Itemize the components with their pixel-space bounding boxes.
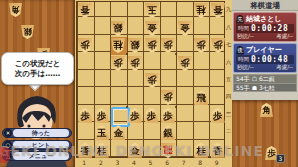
board-grid[interactable]: 香玉桂香銀金金歩桂銀歩歩歩歩歩歩歩歩歩飛歩歩歩歩歩歩玉金銀香桂金龍桂香 [76, 1, 225, 158]
file-label: 9 [214, 159, 220, 166]
file-label: 6 [164, 159, 170, 166]
move-history: 54手☖6二銀55手☗3七桂 [233, 74, 297, 92]
action-button-hint[interactable]: ○ヒント [2, 140, 72, 150]
sente-piece-icon: 先 [236, 15, 244, 24]
speech-line-1: この状況だと [15, 59, 61, 69]
board-piece[interactable]: 桂 [194, 143, 208, 158]
rank-label: 六 [225, 59, 232, 66]
hoshi-dot [126, 106, 128, 108]
move-side-icon: ☗ [252, 84, 257, 92]
rank-label: 四 [225, 93, 232, 100]
file-label: 7 [181, 159, 187, 166]
hoshi-dot [126, 53, 128, 55]
board-piece[interactable]: 香 [211, 143, 225, 158]
hoshi-dot [175, 53, 177, 55]
board-piece[interactable]: 金 [178, 21, 192, 36]
board-piece[interactable]: 歩 [145, 38, 159, 53]
speech-bubble: この状況だと 次の手は…… [1, 52, 74, 85]
file-label: 1 [81, 159, 87, 166]
board-piece[interactable]: 金 [145, 21, 159, 36]
move-number: 54手 [236, 75, 250, 83]
opponent-byoyomi: 秒読/-- [237, 33, 254, 40]
file-label: 5 [148, 159, 154, 166]
board-piece[interactable]: 金 [111, 125, 125, 140]
move-history-row[interactable]: 54手☖6二銀 [234, 75, 296, 84]
file-label: 4 [131, 159, 137, 166]
player-byoyomi: 秒読/-- [237, 64, 254, 71]
board-piece[interactable]: 歩 [111, 56, 125, 71]
board-piece[interactable]: 龍 [161, 143, 175, 158]
hand-piece[interactable]: 角 [260, 103, 273, 117]
move-text: 3七桂 [259, 84, 275, 92]
board-piece[interactable]: 歩 [145, 108, 159, 123]
gamepad-button-icon: ○ [4, 141, 12, 149]
board-piece[interactable]: 桂 [194, 3, 208, 18]
board-piece[interactable]: 歩 [78, 108, 92, 123]
move-side-icon: ☖ [252, 75, 257, 83]
board-piece[interactable]: 歩 [145, 73, 159, 88]
board-piece[interactable]: 歩 [161, 90, 175, 105]
hand-piece[interactable]: 角 [9, 3, 22, 17]
opponent-consideration: 考慮/-- [276, 33, 293, 40]
rank-label: 七 [225, 41, 232, 48]
board-piece[interactable]: 歩 [95, 108, 109, 123]
move-history-row[interactable]: 55手☗3七桂 [234, 84, 296, 92]
board-piece[interactable]: 香 [78, 3, 92, 18]
speech-line-2: 次の手は…… [15, 69, 60, 79]
gamepad-button-icon: △ [4, 152, 12, 160]
action-button-label: 待った [13, 129, 69, 137]
board-piece[interactable]: 銀 [128, 38, 142, 53]
rank-label: 三 [225, 111, 232, 118]
opponent-card: 先 結城さとし 時間 0:00:28 秒読/-- 考慮/-- [233, 12, 297, 42]
hoshi-dot [175, 106, 177, 108]
player-card: 後 プレイヤー 時間 0:00:48 秒読/-- 考慮/-- [233, 43, 297, 73]
action-buttons: ✕待った○ヒント△メニュー [2, 128, 72, 163]
board-piece[interactable]: 歩 [78, 38, 92, 53]
player-consideration: 考慮/-- [276, 64, 293, 71]
hand-piece[interactable]: 銀 [21, 25, 34, 39]
board-piece[interactable]: 桂 [95, 143, 109, 158]
board-piece[interactable]: 香 [211, 3, 225, 18]
opponent-time: 0:00:28 [251, 24, 288, 33]
selection-cursor[interactable] [111, 107, 130, 127]
board-piece[interactable]: 歩 [128, 108, 142, 123]
board-piece[interactable]: 歩 [161, 38, 175, 53]
komadai-gote: 角歩3 [232, 100, 298, 167]
opponent-time-label: 時間 [238, 25, 249, 32]
board-piece[interactable]: 歩 [128, 56, 142, 71]
opponent-name: 結城さとし [246, 14, 282, 24]
rank-label: 一 [225, 146, 232, 153]
board-piece[interactable]: 玉 [145, 3, 159, 18]
board-piece[interactable]: 歩 [211, 38, 225, 53]
player-time: 0:00:48 [251, 55, 288, 64]
file-label: 2 [98, 159, 104, 166]
board-piece[interactable]: 金 [128, 143, 142, 158]
move-number: 55手 [236, 84, 250, 92]
action-button-label: ヒント [13, 141, 69, 149]
rank-label: 二 [225, 128, 232, 135]
board-piece[interactable]: 玉 [95, 125, 109, 140]
page-title: 将棋道場 [232, 0, 298, 11]
board-piece[interactable]: 銀 [111, 21, 125, 36]
player-time-label: 時間 [238, 56, 249, 63]
file-label: 8 [197, 159, 203, 166]
rank-label: 八 [225, 24, 232, 31]
board-piece[interactable]: 歩 [194, 38, 208, 53]
board-piece[interactable]: 香 [78, 143, 92, 158]
action-button-label: メニュー [13, 152, 69, 160]
rank-label: 九 [225, 6, 232, 13]
board-piece[interactable]: 飛 [194, 90, 208, 105]
file-label: 3 [114, 159, 120, 166]
board-piece[interactable]: 歩 [178, 56, 192, 71]
move-text: 6二銀 [259, 75, 275, 83]
board-area: 香玉桂香銀金金歩桂銀歩歩歩歩歩歩歩歩歩飛歩歩歩歩歩歩玉金銀香桂金龍桂香 九八七六… [75, 0, 232, 167]
game-screen: 角銀歩 香玉桂香銀金金歩桂銀歩歩歩歩歩歩歩歩歩飛歩歩歩歩歩歩玉金銀香桂金龍桂香 … [0, 0, 298, 167]
board-piece[interactable]: 歩 [211, 108, 225, 123]
gote-piece-icon: 後 [236, 46, 244, 55]
action-button-matta[interactable]: ✕待った [2, 128, 72, 138]
player-name: プレイヤー [246, 45, 282, 55]
board-piece[interactable]: 歩 [161, 108, 175, 123]
rank-label: 五 [225, 76, 232, 83]
hand-piece-count: 3 [276, 154, 285, 163]
board-piece[interactable]: 銀 [161, 125, 175, 140]
gamepad-button-icon: ✕ [4, 129, 12, 137]
action-button-menu[interactable]: △メニュー [2, 151, 72, 161]
info-panel: 将棋道場 先 結城さとし 時間 0:00:28 秒読/-- 考慮/-- 後 プレ… [232, 0, 298, 100]
